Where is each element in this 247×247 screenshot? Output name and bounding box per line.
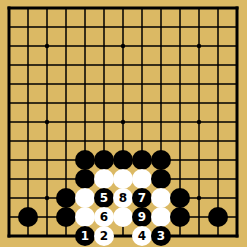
- black-stone: [151, 150, 171, 170]
- intersection-H8[interactable]: [133, 94, 152, 113]
- intersection-K3[interactable]: [171, 189, 190, 208]
- intersection-C7[interactable]: [38, 113, 57, 132]
- intersection-M11[interactable]: [209, 37, 228, 56]
- intersection-F8[interactable]: [95, 94, 114, 113]
- move-number: 9: [138, 211, 146, 223]
- intersection-B11[interactable]: [19, 37, 38, 56]
- intersection-F5[interactable]: [95, 151, 114, 170]
- intersection-N6[interactable]: [228, 132, 247, 151]
- intersection-G10[interactable]: [114, 56, 133, 75]
- intersection-C10[interactable]: [38, 56, 57, 75]
- intersection-D11[interactable]: [57, 37, 76, 56]
- intersection-E7[interactable]: [76, 113, 95, 132]
- white-stone: [132, 169, 152, 189]
- intersection-M9[interactable]: [209, 75, 228, 94]
- intersection-F6[interactable]: [95, 132, 114, 151]
- intersection-F7[interactable]: [95, 113, 114, 132]
- intersection-K2[interactable]: [171, 208, 190, 227]
- intersection-M10[interactable]: [209, 56, 228, 75]
- black-stone: [151, 169, 171, 189]
- black-stone: 3: [151, 226, 171, 246]
- intersection-M8[interactable]: [209, 94, 228, 113]
- black-stone: [56, 188, 76, 208]
- intersection-L5[interactable]: [190, 151, 209, 170]
- intersection-L6[interactable]: [190, 132, 209, 151]
- intersection-D10[interactable]: [57, 56, 76, 75]
- move-number: 3: [157, 230, 165, 242]
- intersection-F2[interactable]: 6: [95, 208, 114, 227]
- black-stone: [56, 207, 76, 227]
- intersection-K5[interactable]: [171, 151, 190, 170]
- intersection-N5[interactable]: [228, 151, 247, 170]
- intersection-A2[interactable]: [0, 208, 19, 227]
- intersection-H6[interactable]: [133, 132, 152, 151]
- intersection-A5[interactable]: [0, 151, 19, 170]
- intersection-K8[interactable]: [171, 94, 190, 113]
- intersection-B9[interactable]: [19, 75, 38, 94]
- intersection-C12[interactable]: [38, 18, 57, 37]
- intersection-K13[interactable]: [171, 0, 190, 18]
- intersection-L3[interactable]: [190, 189, 209, 208]
- white-stone: [75, 207, 95, 227]
- intersection-B7[interactable]: [19, 113, 38, 132]
- black-stone: [75, 150, 95, 170]
- intersection-J8[interactable]: [152, 94, 171, 113]
- black-stone: 5: [94, 188, 114, 208]
- intersection-K1[interactable]: [171, 227, 190, 246]
- intersection-H13[interactable]: [133, 0, 152, 18]
- intersection-C3[interactable]: [38, 189, 57, 208]
- intersection-B1[interactable]: [19, 227, 38, 246]
- intersection-L13[interactable]: [190, 0, 209, 18]
- intersection-F10[interactable]: [95, 56, 114, 75]
- intersection-H11[interactable]: [133, 37, 152, 56]
- intersection-K6[interactable]: [171, 132, 190, 151]
- white-stone: 4: [132, 226, 152, 246]
- intersection-N9[interactable]: [228, 75, 247, 94]
- intersection-C8[interactable]: [38, 94, 57, 113]
- intersection-G8[interactable]: [114, 94, 133, 113]
- intersection-A12[interactable]: [0, 18, 19, 37]
- white-stone: [113, 169, 133, 189]
- intersection-M6[interactable]: [209, 132, 228, 151]
- intersection-J2[interactable]: [152, 208, 171, 227]
- intersection-D12[interactable]: [57, 18, 76, 37]
- move-number: 1: [81, 230, 89, 242]
- intersection-A10[interactable]: [0, 56, 19, 75]
- intersection-C6[interactable]: [38, 132, 57, 151]
- intersection-L8[interactable]: [190, 94, 209, 113]
- black-stone: [170, 207, 190, 227]
- black-stone: [75, 169, 95, 189]
- intersection-A3[interactable]: [0, 189, 19, 208]
- intersection-M2[interactable]: [209, 208, 228, 227]
- intersection-E4[interactable]: [76, 170, 95, 189]
- intersection-C4[interactable]: [38, 170, 57, 189]
- intersection-B10[interactable]: [19, 56, 38, 75]
- intersection-F3[interactable]: 5: [95, 189, 114, 208]
- intersection-N12[interactable]: [228, 18, 247, 37]
- intersection-H10[interactable]: [133, 56, 152, 75]
- intersection-D1[interactable]: [57, 227, 76, 246]
- intersection-E5[interactable]: [76, 151, 95, 170]
- intersection-L4[interactable]: [190, 170, 209, 189]
- intersection-D8[interactable]: [57, 94, 76, 113]
- intersection-A9[interactable]: [0, 75, 19, 94]
- intersection-G11[interactable]: [114, 37, 133, 56]
- move-number: 2: [100, 230, 108, 242]
- white-stone: [75, 188, 95, 208]
- black-stone: [132, 150, 152, 170]
- intersection-D2[interactable]: [57, 208, 76, 227]
- white-stone: [113, 207, 133, 227]
- intersection-H9[interactable]: [133, 75, 152, 94]
- intersection-H7[interactable]: [133, 113, 152, 132]
- intersection-M7[interactable]: [209, 113, 228, 132]
- intersection-H3[interactable]: 7: [133, 189, 152, 208]
- black-stone: [18, 207, 38, 227]
- go-board-diagram: 587691243: [0, 0, 247, 247]
- intersection-M12[interactable]: [209, 18, 228, 37]
- intersection-M13[interactable]: [209, 0, 228, 18]
- intersection-E2[interactable]: [76, 208, 95, 227]
- intersection-N11[interactable]: [228, 37, 247, 56]
- intersection-B13[interactable]: [19, 0, 38, 18]
- intersection-N1[interactable]: [228, 227, 247, 246]
- intersection-F9[interactable]: [95, 75, 114, 94]
- black-stone: [208, 207, 228, 227]
- intersection-G12[interactable]: [114, 18, 133, 37]
- black-stone: [113, 150, 133, 170]
- intersection-C13[interactable]: [38, 0, 57, 18]
- black-stone: [94, 150, 114, 170]
- board-grid: 587691243: [0, 0, 247, 246]
- intersection-H2[interactable]: 9: [133, 208, 152, 227]
- intersection-B6[interactable]: [19, 132, 38, 151]
- intersection-D5[interactable]: [57, 151, 76, 170]
- intersection-F12[interactable]: [95, 18, 114, 37]
- intersection-G6[interactable]: [114, 132, 133, 151]
- intersection-D3[interactable]: [57, 189, 76, 208]
- intersection-L12[interactable]: [190, 18, 209, 37]
- intersection-N13[interactable]: [228, 0, 247, 18]
- intersection-F11[interactable]: [95, 37, 114, 56]
- move-number: 8: [119, 192, 127, 204]
- intersection-J12[interactable]: [152, 18, 171, 37]
- move-number: 7: [138, 192, 146, 204]
- black-stone: 9: [132, 207, 152, 227]
- intersection-H12[interactable]: [133, 18, 152, 37]
- intersection-C5[interactable]: [38, 151, 57, 170]
- white-stone: [94, 169, 114, 189]
- intersection-E8[interactable]: [76, 94, 95, 113]
- intersection-F1[interactable]: 2: [95, 227, 114, 246]
- intersection-E6[interactable]: [76, 132, 95, 151]
- intersection-H4[interactable]: [133, 170, 152, 189]
- intersection-H5[interactable]: [133, 151, 152, 170]
- intersection-K11[interactable]: [171, 37, 190, 56]
- intersection-H1[interactable]: 4: [133, 227, 152, 246]
- intersection-B2[interactable]: [19, 208, 38, 227]
- intersection-J7[interactable]: [152, 113, 171, 132]
- intersection-A4[interactable]: [0, 170, 19, 189]
- intersection-E1[interactable]: 1: [76, 227, 95, 246]
- intersection-J13[interactable]: [152, 0, 171, 18]
- intersection-K4[interactable]: [171, 170, 190, 189]
- intersection-N10[interactable]: [228, 56, 247, 75]
- intersection-F4[interactable]: [95, 170, 114, 189]
- intersection-J10[interactable]: [152, 56, 171, 75]
- black-stone: 7: [132, 188, 152, 208]
- intersection-L10[interactable]: [190, 56, 209, 75]
- intersection-J1[interactable]: 3: [152, 227, 171, 246]
- intersection-L11[interactable]: [190, 37, 209, 56]
- intersection-J3[interactable]: [152, 189, 171, 208]
- intersection-C9[interactable]: [38, 75, 57, 94]
- intersection-E12[interactable]: [76, 18, 95, 37]
- intersection-E9[interactable]: [76, 75, 95, 94]
- intersection-J6[interactable]: [152, 132, 171, 151]
- intersection-L9[interactable]: [190, 75, 209, 94]
- intersection-D7[interactable]: [57, 113, 76, 132]
- intersection-E13[interactable]: [76, 0, 95, 18]
- intersection-G1[interactable]: [114, 227, 133, 246]
- intersection-G9[interactable]: [114, 75, 133, 94]
- intersection-A6[interactable]: [0, 132, 19, 151]
- white-stone: 6: [94, 207, 114, 227]
- intersection-A13[interactable]: [0, 0, 19, 18]
- intersection-G5[interactable]: [114, 151, 133, 170]
- intersection-G7[interactable]: [114, 113, 133, 132]
- intersection-G2[interactable]: [114, 208, 133, 227]
- intersection-D6[interactable]: [57, 132, 76, 151]
- white-stone: 8: [113, 188, 133, 208]
- intersection-G13[interactable]: [114, 0, 133, 18]
- intersection-E10[interactable]: [76, 56, 95, 75]
- intersection-N3[interactable]: [228, 189, 247, 208]
- intersection-C2[interactable]: [38, 208, 57, 227]
- black-stone: 1: [75, 226, 95, 246]
- intersection-B3[interactable]: [19, 189, 38, 208]
- intersection-D4[interactable]: [57, 170, 76, 189]
- intersection-B4[interactable]: [19, 170, 38, 189]
- intersection-J5[interactable]: [152, 151, 171, 170]
- intersection-E11[interactable]: [76, 37, 95, 56]
- intersection-K7[interactable]: [171, 113, 190, 132]
- intersection-N4[interactable]: [228, 170, 247, 189]
- intersection-K12[interactable]: [171, 18, 190, 37]
- intersection-E3[interactable]: [76, 189, 95, 208]
- intersection-J11[interactable]: [152, 37, 171, 56]
- intersection-J4[interactable]: [152, 170, 171, 189]
- intersection-G3[interactable]: 8: [114, 189, 133, 208]
- intersection-L7[interactable]: [190, 113, 209, 132]
- move-number: 5: [100, 192, 108, 204]
- intersection-N8[interactable]: [228, 94, 247, 113]
- intersection-A1[interactable]: [0, 227, 19, 246]
- intersection-M4[interactable]: [209, 170, 228, 189]
- intersection-K10[interactable]: [171, 56, 190, 75]
- intersection-K9[interactable]: [171, 75, 190, 94]
- intersection-L2[interactable]: [190, 208, 209, 227]
- intersection-G4[interactable]: [114, 170, 133, 189]
- intersection-A7[interactable]: [0, 113, 19, 132]
- intersection-M3[interactable]: [209, 189, 228, 208]
- intersection-B8[interactable]: [19, 94, 38, 113]
- move-number: 4: [138, 230, 146, 242]
- intersection-A11[interactable]: [0, 37, 19, 56]
- intersection-D9[interactable]: [57, 75, 76, 94]
- intersection-F13[interactable]: [95, 0, 114, 18]
- intersection-C1[interactable]: [38, 227, 57, 246]
- intersection-N7[interactable]: [228, 113, 247, 132]
- intersection-M1[interactable]: [209, 227, 228, 246]
- white-stone: [151, 207, 171, 227]
- intersection-B12[interactable]: [19, 18, 38, 37]
- black-stone: [170, 188, 190, 208]
- intersection-M5[interactable]: [209, 151, 228, 170]
- intersection-N2[interactable]: [228, 208, 247, 227]
- intersection-B5[interactable]: [19, 151, 38, 170]
- intersection-J9[interactable]: [152, 75, 171, 94]
- intersection-A8[interactable]: [0, 94, 19, 113]
- white-stone: 2: [94, 226, 114, 246]
- intersection-L1[interactable]: [190, 227, 209, 246]
- intersection-C11[interactable]: [38, 37, 57, 56]
- intersection-D13[interactable]: [57, 0, 76, 18]
- move-number: 6: [100, 211, 108, 223]
- white-stone: [151, 188, 171, 208]
